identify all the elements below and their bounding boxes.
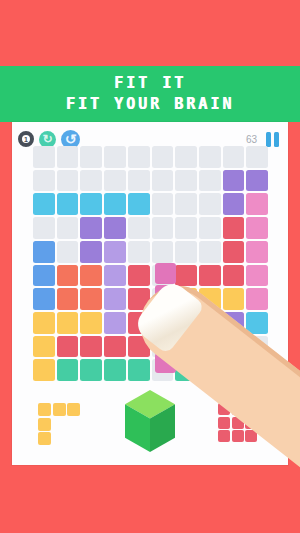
tray-cell — [53, 418, 66, 431]
board-cell-r2c5[interactable] — [128, 170, 150, 192]
board-cell-r10c5[interactable] — [128, 359, 150, 381]
board-cell-r5c1[interactable] — [33, 241, 55, 263]
board-cell-r10c4[interactable] — [104, 359, 126, 381]
board-cell-r8c3[interactable] — [80, 312, 102, 334]
board-cell-r9c2[interactable] — [57, 336, 79, 358]
tray-cell — [38, 432, 51, 445]
board-cell-r5c2[interactable] — [57, 241, 79, 263]
refresh-glyph: ↻ — [42, 132, 52, 146]
title-banner: FIT IT FIT YOUR BRAIN — [0, 66, 300, 122]
board-cell-r1c8[interactable] — [199, 146, 221, 168]
board-cell-r2c2[interactable] — [57, 170, 79, 192]
board-cell-r8c2[interactable] — [57, 312, 79, 334]
board-cell-r2c3[interactable] — [80, 170, 102, 192]
board-cell-r2c10[interactable] — [246, 170, 268, 192]
board-cell-r2c1[interactable] — [33, 170, 55, 192]
board-cell-r10c2[interactable] — [57, 359, 79, 381]
powerup-count-icon[interactable]: 1 — [18, 131, 34, 147]
board-cell-r6c1[interactable] — [33, 265, 55, 287]
board-cell-r7c9[interactable] — [223, 288, 245, 310]
pause-bar-right — [274, 132, 279, 147]
board-cell-r2c4[interactable] — [104, 170, 126, 192]
tray-cell — [53, 403, 66, 416]
board-cell-r4c5[interactable] — [128, 217, 150, 239]
board-cell-r1c6[interactable] — [152, 146, 174, 168]
score-value: 63 — [246, 134, 257, 145]
board-cell-r4c8[interactable] — [199, 217, 221, 239]
tray-cell — [38, 418, 51, 431]
board-cell-r7c3[interactable] — [80, 288, 102, 310]
board-cell-r3c6[interactable] — [152, 193, 174, 215]
board-cell-r6c10[interactable] — [246, 265, 268, 287]
board-cell-r5c8[interactable] — [199, 241, 221, 263]
board-cell-r6c2[interactable] — [57, 265, 79, 287]
board-cell-r7c4[interactable] — [104, 288, 126, 310]
board-cell-r3c5[interactable] — [128, 193, 150, 215]
banner-line-2: FIT YOUR BRAIN — [0, 94, 300, 115]
board-cell-r2c9[interactable] — [223, 170, 245, 192]
board-cell-r2c8[interactable] — [199, 170, 221, 192]
board-cell-r9c3[interactable] — [80, 336, 102, 358]
board-cell-r6c3[interactable] — [80, 265, 102, 287]
board-cell-r1c1[interactable] — [33, 146, 55, 168]
board-cell-r2c6[interactable] — [152, 170, 174, 192]
tray-cell — [53, 432, 66, 445]
board-cell-r4c10[interactable] — [246, 217, 268, 239]
tray-cell — [218, 430, 230, 442]
board-cell-r6c5[interactable] — [128, 265, 150, 287]
board-cell-r1c2[interactable] — [57, 146, 79, 168]
board-cell-r4c1[interactable] — [33, 217, 55, 239]
tray-cell — [67, 403, 80, 416]
board-cell-r9c4[interactable] — [104, 336, 126, 358]
pause-bar-left — [266, 132, 271, 147]
board-cell-r8c4[interactable] — [104, 312, 126, 334]
board-cell-r7c10[interactable] — [246, 288, 268, 310]
board-cell-r3c7[interactable] — [175, 193, 197, 215]
board-cell-r4c7[interactable] — [175, 217, 197, 239]
board-cell-r2c7[interactable] — [175, 170, 197, 192]
board-cell-r4c9[interactable] — [223, 217, 245, 239]
board-cell-r1c10[interactable] — [246, 146, 268, 168]
tray-cell — [38, 403, 51, 416]
board-cell-r4c3[interactable] — [80, 217, 102, 239]
pause-button[interactable] — [266, 132, 280, 147]
board-cell-r8c1[interactable] — [33, 312, 55, 334]
board-cell-r7c1[interactable] — [33, 288, 55, 310]
tray-cell — [218, 417, 230, 429]
board-cell-r5c7[interactable] — [175, 241, 197, 263]
banner-line-1: FIT IT — [0, 73, 300, 94]
board-cell-r1c3[interactable] — [80, 146, 102, 168]
board-cell-r1c4[interactable] — [104, 146, 126, 168]
board-cell-r5c5[interactable] — [128, 241, 150, 263]
board-cell-r5c3[interactable] — [80, 241, 102, 263]
powerup-count-label: 1 — [24, 136, 28, 143]
board-cell-r3c1[interactable] — [33, 193, 55, 215]
refresh-icon[interactable]: ↻ — [39, 131, 56, 148]
board-cell-r1c9[interactable] — [223, 146, 245, 168]
board-cell-r4c2[interactable] — [57, 217, 79, 239]
tray-piece-yellow-corner[interactable] — [38, 403, 80, 445]
board-cell-r1c5[interactable] — [128, 146, 150, 168]
board-cell-r3c3[interactable] — [80, 193, 102, 215]
app-store-screenshot: { "game": "FIT IT – 1010!-style block pu… — [0, 0, 300, 533]
board-cell-r4c6[interactable] — [152, 217, 174, 239]
tray-cell — [232, 430, 244, 442]
tray-cell — [67, 432, 80, 445]
board-cell-r3c10[interactable] — [246, 193, 268, 215]
board-cell-r7c2[interactable] — [57, 288, 79, 310]
board-cell-r3c2[interactable] — [57, 193, 79, 215]
board-cell-r9c1[interactable] — [33, 336, 55, 358]
board-cell-r10c3[interactable] — [80, 359, 102, 381]
green-cube-logo — [125, 390, 175, 452]
board-cell-r10c1[interactable] — [33, 359, 55, 381]
board-cell-r5c6[interactable] — [152, 241, 174, 263]
board-cell-r1c7[interactable] — [175, 146, 197, 168]
board-cell-r5c10[interactable] — [246, 241, 268, 263]
board-cell-r3c9[interactable] — [223, 193, 245, 215]
rotate-glyph: ↺ — [65, 131, 77, 147]
board-cell-r6c8[interactable] — [199, 265, 221, 287]
tray-cell — [67, 418, 80, 431]
board-cell-r5c4[interactable] — [104, 241, 126, 263]
board-cell-r6c4[interactable] — [104, 265, 126, 287]
board-cell-r4c4[interactable] — [104, 217, 126, 239]
board-cell-r3c4[interactable] — [104, 193, 126, 215]
board-cell-r8c10[interactable] — [246, 312, 268, 334]
board-cell-r3c8[interactable] — [199, 193, 221, 215]
board-cell-r6c9[interactable] — [223, 265, 245, 287]
board-cell-r5c9[interactable] — [223, 241, 245, 263]
